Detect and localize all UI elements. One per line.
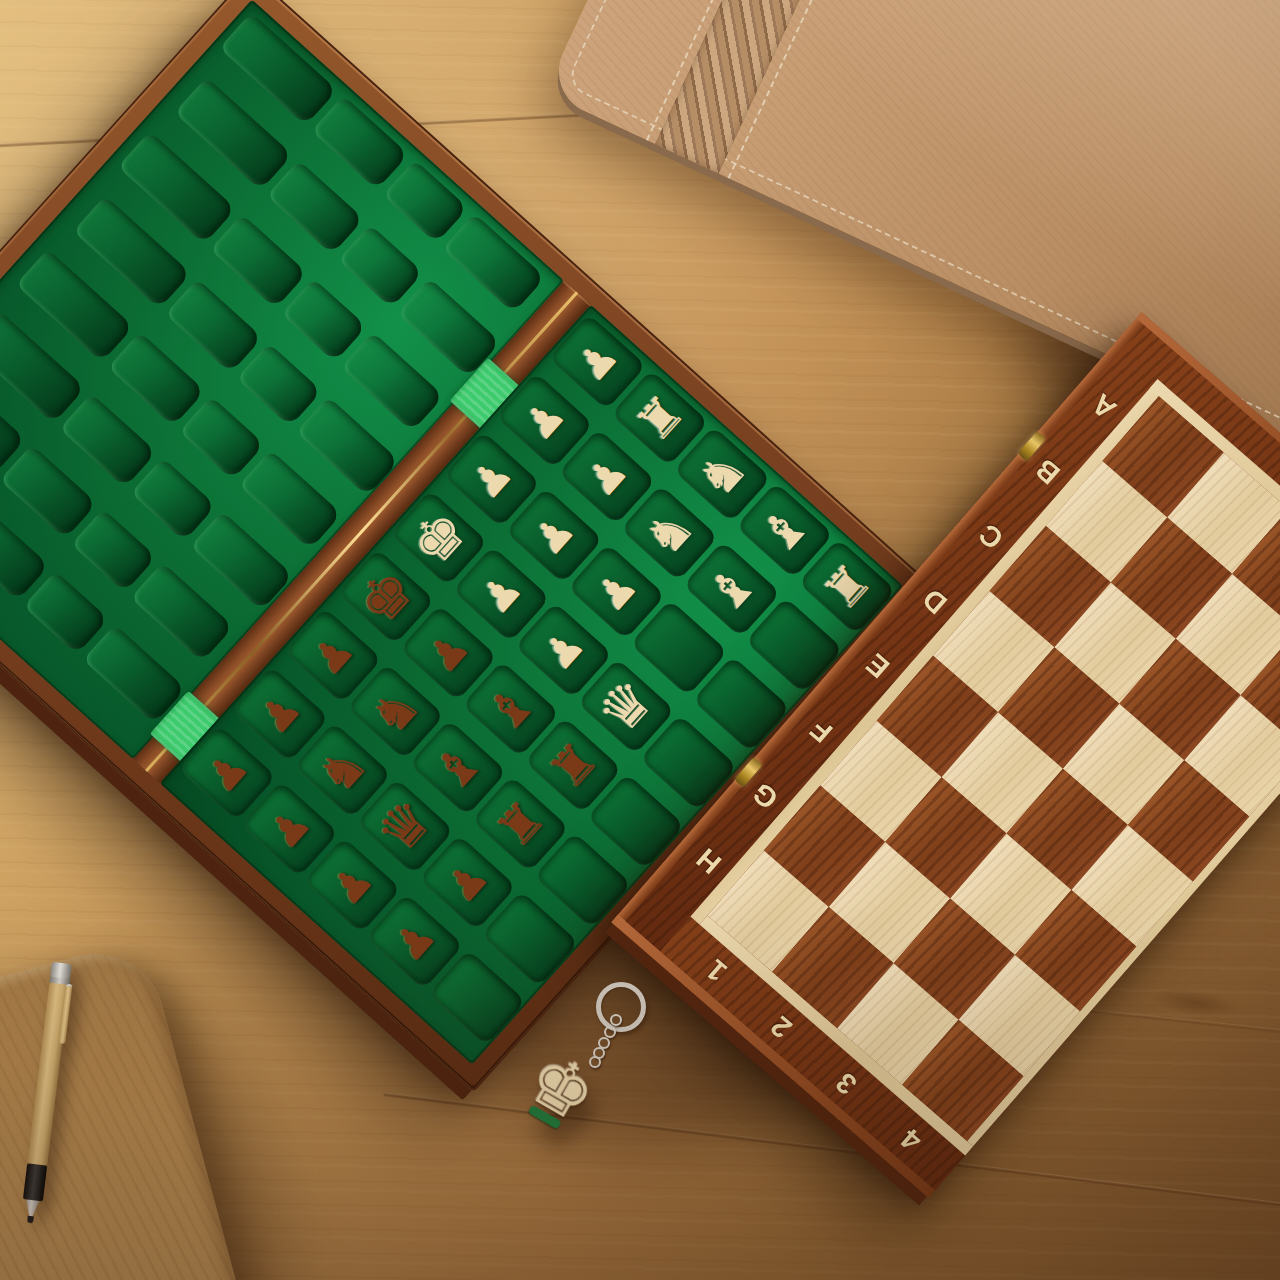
chess-piece-wP: ♟: [569, 334, 625, 390]
pen-cone: [21, 1199, 43, 1217]
chess-piece-wR: ♜: [815, 555, 879, 619]
file-label-text: D: [916, 581, 953, 620]
felt-wedge-slot: [190, 511, 293, 611]
chess-piece-bR: ♜: [488, 792, 552, 856]
pen-tip: [27, 1216, 34, 1224]
chess-piece-bP: ♟: [199, 745, 255, 801]
keychain-ring: [596, 982, 646, 1032]
chess-piece-bR: ♜: [541, 733, 605, 797]
felt-wedge-slot: [266, 160, 364, 255]
felt-wedge-slot: [130, 562, 233, 662]
chess-piece-wP: ♟: [473, 566, 529, 622]
felt-wedge-slot: [131, 457, 217, 541]
chess-piece-bP: ♟: [439, 855, 495, 911]
felt-wedge-slot: [23, 571, 109, 655]
chess-piece-bP: ♟: [386, 913, 442, 969]
felt-wedge-slot: [281, 278, 367, 362]
chess-piece-wQ: ♛: [588, 669, 663, 744]
chess-piece-bN: ♞: [362, 678, 429, 745]
felt-wedge-slot: [210, 214, 308, 309]
felt-wedge-slot: [383, 160, 469, 244]
chess-piece-wR: ♜: [628, 386, 692, 450]
chess-piece-bQ: ♛: [367, 789, 442, 864]
chess-piece-wP: ♟: [535, 622, 591, 678]
felt-wedge-slot: [442, 213, 545, 313]
felt-wedge-slot: [311, 95, 409, 190]
felt-wedge-slot: [108, 332, 206, 427]
rank-label-text: 1: [700, 952, 734, 987]
file-label-text: B: [1029, 451, 1066, 490]
chess-piece-wP: ♟: [579, 449, 635, 505]
chess-piece-bP: ♟: [262, 801, 318, 857]
chess-piece-bK: ♚: [347, 558, 425, 635]
rank-label-text: 2: [765, 1009, 799, 1044]
chain-link: [610, 1014, 622, 1026]
felt-wedge-slot: [179, 396, 265, 480]
file-label-text: E: [860, 646, 896, 684]
felt-wedge-slot: [338, 224, 424, 308]
chess-piece-bB: ♝: [477, 676, 544, 743]
felt-wedge-slot: [341, 332, 444, 432]
chess-piece-wB: ♝: [698, 556, 765, 623]
file-label-text: C: [973, 516, 1010, 555]
felt-wedge-slot: [165, 279, 263, 374]
chess-piece-bP: ♟: [305, 627, 361, 683]
file-label-text: F: [805, 712, 840, 749]
chess-piece-wN: ♞: [636, 500, 703, 567]
chess-piece-wB: ♝: [751, 497, 818, 564]
chess-piece-wN: ♞: [689, 441, 756, 508]
chess-piece-bN: ♞: [309, 737, 376, 804]
table-scene: ♟♜♞♝♜♟♟♞♝♟♟♟♚♟♟♛♚♟♝♜♟♞♝♜♟♞♛♟♟♟♟♟ ABCDEFG…: [0, 0, 1280, 1280]
chess-piece-wK: ♚: [400, 499, 478, 576]
felt-wedge-slot: [238, 450, 341, 550]
felt-wedge-slot: [59, 393, 157, 488]
chess-piece-wP: ♟: [463, 451, 519, 507]
felt-wedge-slot: [236, 343, 322, 427]
chain-link: [604, 1026, 616, 1038]
chess-piece-bP: ♟: [420, 625, 476, 681]
chess-piece-wP: ♟: [588, 564, 644, 620]
chess-piece-wP: ♟: [516, 392, 572, 448]
chess-piece-wP: ♟: [526, 507, 582, 563]
rank-label-text: 4: [895, 1122, 929, 1157]
felt-wedge-slot: [71, 509, 157, 593]
felt-wedge-slot: [0, 445, 97, 540]
file-label-text: G: [746, 775, 785, 815]
chess-piece-bP: ♟: [324, 857, 380, 913]
file-label-text: H: [690, 841, 727, 880]
chess-piece-bP: ♟: [252, 686, 308, 742]
file-label-text: A: [1085, 386, 1122, 425]
rank-label-text: 3: [830, 1065, 864, 1100]
chess-piece-bB: ♝: [424, 734, 491, 801]
